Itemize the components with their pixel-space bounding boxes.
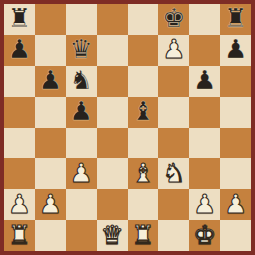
square-c7[interactable]: ♛ — [66, 35, 97, 66]
square-c6[interactable]: ♞ — [66, 66, 97, 97]
white-pawn[interactable]: ♟ — [8, 191, 31, 217]
square-e3[interactable]: ♝ — [128, 158, 159, 189]
square-g2[interactable]: ♟ — [189, 189, 220, 220]
square-e8[interactable] — [128, 4, 159, 35]
square-f5[interactable] — [158, 97, 189, 128]
square-b8[interactable] — [35, 4, 66, 35]
square-f7[interactable]: ♟ — [158, 35, 189, 66]
square-d4[interactable] — [97, 128, 128, 159]
square-h6[interactable] — [220, 66, 251, 97]
square-e4[interactable] — [128, 128, 159, 159]
square-f1[interactable] — [158, 220, 189, 251]
square-h3[interactable] — [220, 158, 251, 189]
square-e7[interactable] — [128, 35, 159, 66]
square-b4[interactable] — [35, 128, 66, 159]
white-pawn[interactable]: ♟ — [193, 191, 216, 217]
square-a6[interactable] — [4, 66, 35, 97]
square-b2[interactable]: ♟ — [35, 189, 66, 220]
square-h7[interactable]: ♟ — [220, 35, 251, 66]
square-g5[interactable] — [189, 97, 220, 128]
square-g8[interactable] — [189, 4, 220, 35]
square-c1[interactable] — [66, 220, 97, 251]
square-g3[interactable] — [189, 158, 220, 189]
white-pawn[interactable]: ♟ — [224, 191, 247, 217]
square-c8[interactable] — [66, 4, 97, 35]
black-queen[interactable]: ♛ — [70, 36, 93, 62]
square-d7[interactable] — [97, 35, 128, 66]
square-c3[interactable]: ♟ — [66, 158, 97, 189]
square-d5[interactable] — [97, 97, 128, 128]
square-g7[interactable] — [189, 35, 220, 66]
square-f3[interactable]: ♞ — [158, 158, 189, 189]
square-h5[interactable] — [220, 97, 251, 128]
square-c2[interactable] — [66, 189, 97, 220]
square-e6[interactable] — [128, 66, 159, 97]
white-queen[interactable]: ♛ — [100, 222, 123, 248]
square-b6[interactable]: ♟ — [35, 66, 66, 97]
board-grid: ♜♚♜♟♛♟♟♟♞♟♟♝♟♝♞♟♟♟♟♜♛♜♚ — [4, 4, 251, 251]
square-e5[interactable]: ♝ — [128, 97, 159, 128]
white-bishop[interactable]: ♝ — [131, 160, 154, 186]
white-knight[interactable]: ♞ — [162, 160, 185, 186]
white-rook[interactable]: ♜ — [131, 222, 154, 248]
square-h4[interactable] — [220, 128, 251, 159]
square-b1[interactable] — [35, 220, 66, 251]
square-a4[interactable] — [4, 128, 35, 159]
square-f4[interactable] — [158, 128, 189, 159]
chess-board: ♜♚♜♟♛♟♟♟♞♟♟♝♟♝♞♟♟♟♟♜♛♜♚ — [0, 0, 255, 255]
black-king[interactable]: ♚ — [162, 5, 185, 31]
square-f8[interactable]: ♚ — [158, 4, 189, 35]
black-knight[interactable]: ♞ — [70, 67, 93, 93]
square-b3[interactable] — [35, 158, 66, 189]
white-rook[interactable]: ♜ — [8, 222, 31, 248]
white-pawn[interactable]: ♟ — [70, 160, 93, 186]
square-c5[interactable]: ♟ — [66, 97, 97, 128]
white-pawn[interactable]: ♟ — [162, 36, 185, 62]
square-g4[interactable] — [189, 128, 220, 159]
square-c4[interactable] — [66, 128, 97, 159]
square-a1[interactable]: ♜ — [4, 220, 35, 251]
square-b5[interactable] — [35, 97, 66, 128]
square-d6[interactable] — [97, 66, 128, 97]
black-bishop[interactable]: ♝ — [131, 98, 154, 124]
square-a8[interactable]: ♜ — [4, 4, 35, 35]
square-e2[interactable] — [128, 189, 159, 220]
square-d1[interactable]: ♛ — [97, 220, 128, 251]
square-a5[interactable] — [4, 97, 35, 128]
square-h1[interactable] — [220, 220, 251, 251]
square-d3[interactable] — [97, 158, 128, 189]
square-d8[interactable] — [97, 4, 128, 35]
black-pawn[interactable]: ♟ — [193, 67, 216, 93]
square-e1[interactable]: ♜ — [128, 220, 159, 251]
square-a3[interactable] — [4, 158, 35, 189]
square-d2[interactable] — [97, 189, 128, 220]
square-b7[interactable] — [35, 35, 66, 66]
black-pawn[interactable]: ♟ — [8, 36, 31, 62]
square-f2[interactable] — [158, 189, 189, 220]
square-g1[interactable]: ♚ — [189, 220, 220, 251]
square-g6[interactable]: ♟ — [189, 66, 220, 97]
black-pawn[interactable]: ♟ — [224, 36, 247, 62]
black-pawn[interactable]: ♟ — [70, 98, 93, 124]
white-pawn[interactable]: ♟ — [39, 191, 62, 217]
square-a2[interactable]: ♟ — [4, 189, 35, 220]
square-h8[interactable]: ♜ — [220, 4, 251, 35]
black-rook[interactable]: ♜ — [8, 5, 31, 31]
square-f6[interactable] — [158, 66, 189, 97]
square-a7[interactable]: ♟ — [4, 35, 35, 66]
black-rook[interactable]: ♜ — [224, 5, 247, 31]
white-king[interactable]: ♚ — [193, 222, 216, 248]
square-h2[interactable]: ♟ — [220, 189, 251, 220]
black-pawn[interactable]: ♟ — [39, 67, 62, 93]
